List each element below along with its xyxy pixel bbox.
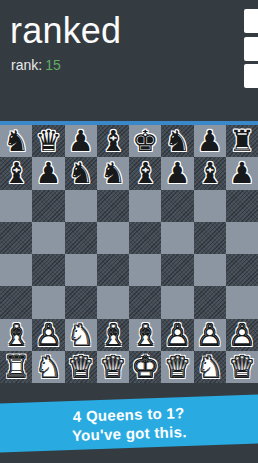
white-q-piece[interactable]: ♛♕ <box>161 351 193 383</box>
chess-board[interactable]: ♞♛♟♝♚♞♟♜♝♟♞♞♝♟♝♟♝♗♟♙♞♘♝♗♝♗♟♙♟♙♟♙♜♖♞♘♛♕♛♕… <box>0 125 258 383</box>
square-a4[interactable] <box>0 254 32 286</box>
square-f8[interactable]: ♞ <box>161 125 193 157</box>
square-a7[interactable]: ♝ <box>0 157 32 189</box>
square-e6[interactable] <box>129 190 161 222</box>
black-r-piece[interactable]: ♜ <box>226 125 258 157</box>
menu-bar-icon[interactable] <box>244 9 258 33</box>
square-b1[interactable]: ♞♘ <box>32 351 64 383</box>
black-n-piece[interactable]: ♞ <box>97 157 129 189</box>
square-f6[interactable] <box>161 190 193 222</box>
square-f2[interactable]: ♟♙ <box>161 319 193 351</box>
square-g6[interactable] <box>194 190 226 222</box>
square-b8[interactable]: ♛ <box>32 125 64 157</box>
square-b3[interactable] <box>32 286 64 318</box>
square-h2[interactable]: ♟♙ <box>226 319 258 351</box>
square-g2[interactable]: ♟♙ <box>194 319 226 351</box>
square-a6[interactable] <box>0 190 32 222</box>
white-p-piece[interactable]: ♟♙ <box>226 319 258 351</box>
menu-buttons-cropped <box>243 0 258 110</box>
square-h5[interactable] <box>226 222 258 254</box>
square-b7[interactable]: ♟ <box>32 157 64 189</box>
square-b2[interactable]: ♟♙ <box>32 319 64 351</box>
hint-banner: 4 Queens to 1? You've got this. <box>0 394 258 453</box>
square-g1[interactable]: ♞♘ <box>194 351 226 383</box>
square-g4[interactable] <box>194 254 226 286</box>
app-screen: ranked rank:15 ♞♛♟♝♚♞♟♜♝♟♞♞♝♟♝♟♝♗♟♙♞♘♝♗♝… <box>0 0 258 463</box>
square-f4[interactable] <box>161 254 193 286</box>
square-f7[interactable]: ♟ <box>161 157 193 189</box>
square-c2[interactable]: ♞♘ <box>65 319 97 351</box>
square-c3[interactable] <box>65 286 97 318</box>
white-b-piece[interactable]: ♝♗ <box>129 319 161 351</box>
square-c8[interactable]: ♟ <box>65 125 97 157</box>
square-e4[interactable] <box>129 254 161 286</box>
square-b6[interactable] <box>32 190 64 222</box>
square-d3[interactable] <box>97 286 129 318</box>
white-b-piece[interactable]: ♝♗ <box>0 319 32 351</box>
square-d8[interactable]: ♝ <box>97 125 129 157</box>
white-q-piece[interactable]: ♛♕ <box>65 351 97 383</box>
square-a8[interactable]: ♞ <box>0 125 32 157</box>
black-p-piece[interactable]: ♟ <box>32 157 64 189</box>
square-g5[interactable] <box>194 222 226 254</box>
black-b-piece[interactable]: ♝ <box>97 125 129 157</box>
square-e3[interactable] <box>129 286 161 318</box>
black-q-piece[interactable]: ♛ <box>32 125 64 157</box>
black-p-piece[interactable]: ♟ <box>161 157 193 189</box>
rank-value: 15 <box>45 57 61 73</box>
square-h6[interactable] <box>226 190 258 222</box>
menu-bar-icon[interactable] <box>244 64 258 88</box>
rank-label: rank: <box>11 57 42 73</box>
square-e5[interactable] <box>129 222 161 254</box>
white-q-piece[interactable]: ♛♕ <box>97 351 129 383</box>
square-d6[interactable] <box>97 190 129 222</box>
white-b-piece[interactable]: ♝♗ <box>97 319 129 351</box>
white-p-piece[interactable]: ♟♙ <box>32 319 64 351</box>
square-b5[interactable] <box>32 222 64 254</box>
square-b4[interactable] <box>32 254 64 286</box>
white-p-piece[interactable]: ♟♙ <box>194 319 226 351</box>
square-a1[interactable]: ♜♖ <box>0 351 32 383</box>
square-c5[interactable] <box>65 222 97 254</box>
black-n-piece[interactable]: ♞ <box>0 125 32 157</box>
black-p-piece[interactable]: ♟ <box>194 125 226 157</box>
square-d1[interactable]: ♛♕ <box>97 351 129 383</box>
square-a2[interactable]: ♝♗ <box>0 319 32 351</box>
square-c4[interactable] <box>65 254 97 286</box>
square-f5[interactable] <box>161 222 193 254</box>
rank-line: rank:15 <box>11 57 61 73</box>
square-c7[interactable]: ♞ <box>65 157 97 189</box>
white-p-piece[interactable]: ♟♙ <box>161 319 193 351</box>
square-d2[interactable]: ♝♗ <box>97 319 129 351</box>
square-e2[interactable]: ♝♗ <box>129 319 161 351</box>
white-n-piece[interactable]: ♞♘ <box>194 351 226 383</box>
square-a5[interactable] <box>0 222 32 254</box>
square-e1[interactable]: ♚♔ <box>129 351 161 383</box>
square-h7[interactable]: ♟ <box>226 157 258 189</box>
square-e7[interactable]: ♝ <box>129 157 161 189</box>
menu-bar-icon[interactable] <box>244 37 258 61</box>
square-f1[interactable]: ♛♕ <box>161 351 193 383</box>
square-h3[interactable] <box>226 286 258 318</box>
black-b-piece[interactable]: ♝ <box>129 157 161 189</box>
square-d4[interactable] <box>97 254 129 286</box>
black-b-piece[interactable]: ♝ <box>0 157 32 189</box>
black-p-piece[interactable]: ♟ <box>65 125 97 157</box>
square-e8[interactable]: ♚ <box>129 125 161 157</box>
black-p-piece[interactable]: ♟ <box>226 157 258 189</box>
square-a3[interactable] <box>0 286 32 318</box>
square-f3[interactable] <box>161 286 193 318</box>
square-g7[interactable]: ♝ <box>194 157 226 189</box>
square-c6[interactable] <box>65 190 97 222</box>
black-n-piece[interactable]: ♞ <box>161 125 193 157</box>
square-h8[interactable]: ♜ <box>226 125 258 157</box>
square-c1[interactable]: ♛♕ <box>65 351 97 383</box>
white-r-piece[interactable]: ♜♖ <box>0 351 32 383</box>
white-n-piece[interactable]: ♞♘ <box>32 351 64 383</box>
white-n-piece[interactable]: ♞♘ <box>65 319 97 351</box>
white-k-piece[interactable]: ♚♔ <box>129 351 161 383</box>
black-k-piece[interactable]: ♚ <box>129 125 161 157</box>
black-b-piece[interactable]: ♝ <box>194 157 226 189</box>
square-d5[interactable] <box>97 222 129 254</box>
square-g8[interactable]: ♟ <box>194 125 226 157</box>
hint-banner-line2: You've got this. <box>72 421 187 444</box>
white-q-piece[interactable]: ♛♕ <box>226 351 258 383</box>
square-d7[interactable]: ♞ <box>97 157 129 189</box>
header: ranked rank:15 <box>0 0 258 121</box>
square-h4[interactable] <box>226 254 258 286</box>
square-g3[interactable] <box>194 286 226 318</box>
black-n-piece[interactable]: ♞ <box>65 157 97 189</box>
page-title: ranked <box>10 10 121 52</box>
square-h1[interactable]: ♛♕ <box>226 351 258 383</box>
